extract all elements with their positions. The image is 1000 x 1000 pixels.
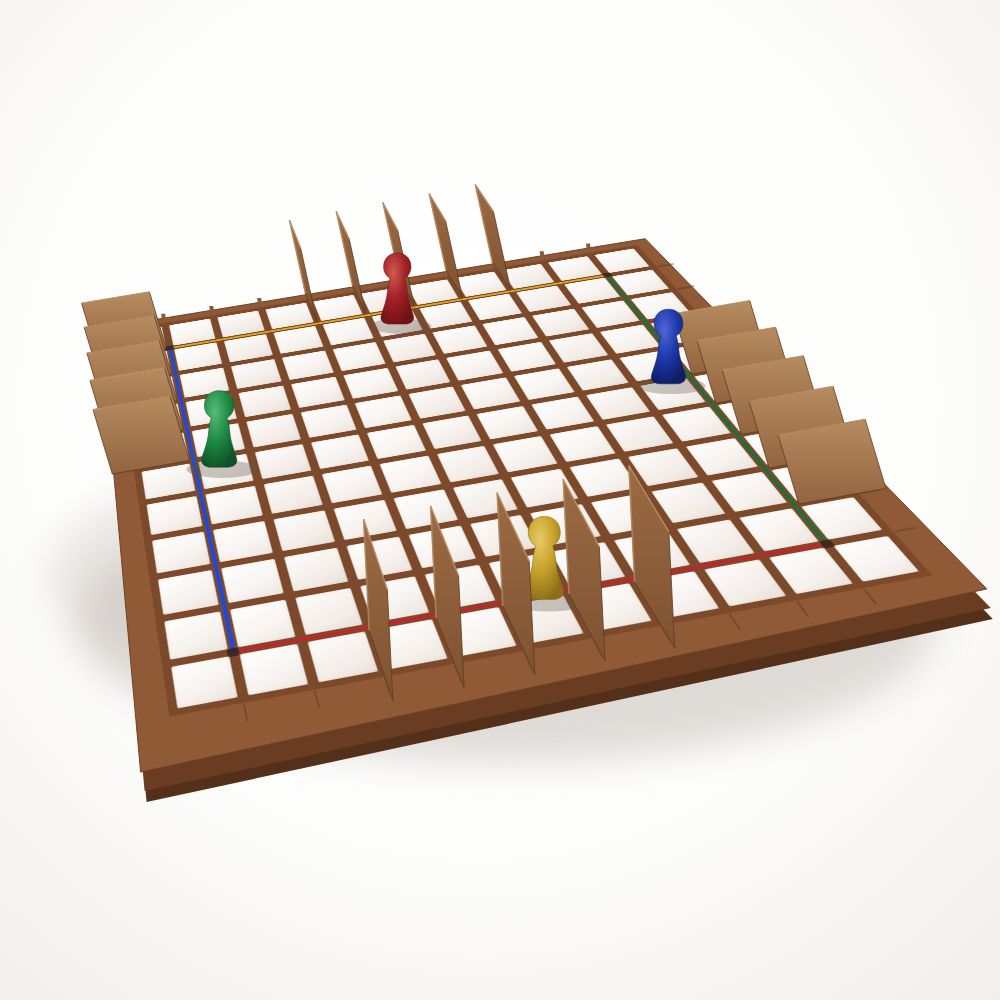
pieces-layer [0, 0, 1000, 1000]
wall-slot-tooth [540, 251, 545, 260]
stored-wall-top [289, 220, 316, 321]
pawn-green [186, 391, 258, 478]
rim-slot-notch [895, 528, 917, 532]
stored-wall-bottom [629, 466, 675, 649]
stored-wall-bottom [563, 479, 605, 661]
wall-slot-tooth [586, 244, 591, 253]
rim-slot-notch [729, 614, 740, 630]
pawn-red [369, 253, 431, 334]
stored-wall-bottom [364, 519, 393, 701]
stored-wall-top [429, 194, 462, 297]
stored-wall-bottom [431, 506, 465, 688]
wall-slot-tooth [257, 298, 262, 307]
wall-slot-tooth [161, 314, 166, 323]
stored-wall-top [336, 211, 365, 313]
rim-slot-notch [797, 601, 809, 617]
rim-slot-notch [864, 589, 877, 604]
wall-slot-tooth [209, 306, 214, 315]
rim-slot-notch [678, 286, 695, 289]
rim-slot-notch [244, 704, 248, 722]
stored-wall-bottom [497, 493, 535, 675]
quoridor-board-photo [0, 0, 1000, 1000]
stored-wall-right [778, 419, 886, 504]
rim-slot-notch [658, 264, 674, 267]
stored-wall-top [475, 185, 510, 290]
rim-slot-notch [315, 691, 320, 708]
